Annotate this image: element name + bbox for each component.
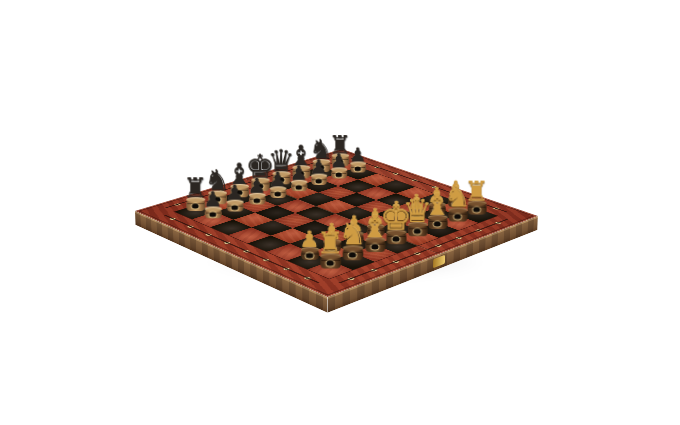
perspective-scene: ♜♞♝♛♚♝♞♜♟♟♟♟♟♟♟♟♟♟♟♟♟♟♟♟♜♞♝♛♚♝♞♜ — [0, 0, 680, 425]
board-square[interactable] — [282, 172, 320, 185]
chess-piece-gold-rook[interactable]: ♜ — [308, 224, 352, 268]
board-square[interactable] — [261, 178, 299, 191]
chess-piece-dark-pawn[interactable]: ♟ — [192, 185, 232, 218]
piece-wooden-base — [204, 208, 221, 218]
board-square[interactable] — [302, 166, 339, 179]
base-medallion — [209, 211, 216, 216]
piece-wooden-base — [319, 255, 340, 268]
board-square[interactable] — [338, 179, 376, 192]
board-square[interactable] — [318, 185, 357, 198]
chess-board: ♜♞♝♛♚♝♞♜♟♟♟♟♟♟♟♟♟♟♟♟♟♟♟♟♜♞♝♛♚♝♞♜ — [134, 149, 537, 297]
board-square[interactable] — [279, 185, 318, 198]
board-square[interactable] — [297, 192, 336, 206]
board-square[interactable] — [258, 191, 297, 205]
board-square[interactable] — [236, 198, 276, 212]
board-square[interactable] — [299, 179, 337, 192]
brass-hinge — [433, 254, 445, 267]
board-square[interactable] — [240, 184, 279, 197]
product-photo-stage: ♜♞♝♛♚♝♞♜♟♟♟♟♟♟♟♟♟♟♟♟♟♟♟♟♜♞♝♛♚♝♞♜ — [0, 0, 680, 425]
board-square[interactable] — [319, 172, 357, 185]
base-medallion — [326, 260, 334, 265]
board-square[interactable] — [321, 160, 358, 172]
board-square[interactable] — [357, 173, 395, 186]
board-square[interactable] — [276, 198, 316, 212]
board-square[interactable] — [339, 166, 376, 179]
